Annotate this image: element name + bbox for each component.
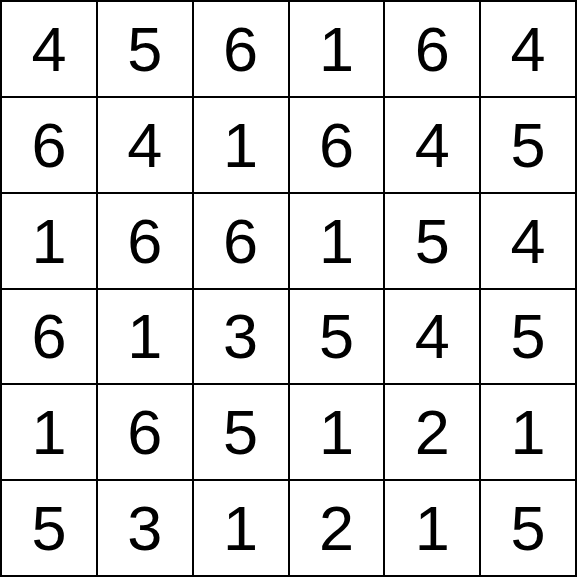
grid-cell-r4c2[interactable]: 1 — [98, 290, 192, 384]
grid-cell-r2c5[interactable]: 4 — [385, 98, 479, 192]
grid-cell-r3c3[interactable]: 6 — [194, 194, 288, 288]
grid-cell-r4c4[interactable]: 5 — [290, 290, 384, 384]
grid-cell-r1c3[interactable]: 6 — [194, 2, 288, 96]
grid-cell-r6c4[interactable]: 2 — [290, 481, 384, 575]
grid-cell-r2c4[interactable]: 6 — [290, 98, 384, 192]
grid-cell-r3c2[interactable]: 6 — [98, 194, 192, 288]
grid-cell-r5c3[interactable]: 5 — [194, 385, 288, 479]
grid-cell-r5c5[interactable]: 2 — [385, 385, 479, 479]
grid-cell-r1c2[interactable]: 5 — [98, 2, 192, 96]
grid-cell-r5c2[interactable]: 6 — [98, 385, 192, 479]
grid-cell-r3c1[interactable]: 1 — [2, 194, 96, 288]
grid-cell-r4c1[interactable]: 6 — [2, 290, 96, 384]
grid-cell-r3c4[interactable]: 1 — [290, 194, 384, 288]
grid-cell-r2c2[interactable]: 4 — [98, 98, 192, 192]
grid-cell-r6c2[interactable]: 3 — [98, 481, 192, 575]
grid-cell-r1c1[interactable]: 4 — [2, 2, 96, 96]
puzzle-grid: 456164641645166154613545165121531215 — [0, 0, 577, 577]
grid-cell-r4c3[interactable]: 3 — [194, 290, 288, 384]
grid-cell-r5c6[interactable]: 1 — [481, 385, 575, 479]
grid-cell-r1c5[interactable]: 6 — [385, 2, 479, 96]
grid-cell-r6c6[interactable]: 5 — [481, 481, 575, 575]
grid-cell-r1c4[interactable]: 1 — [290, 2, 384, 96]
grid-cell-r6c1[interactable]: 5 — [2, 481, 96, 575]
grid-cell-r4c5[interactable]: 4 — [385, 290, 479, 384]
grid-cell-r6c3[interactable]: 1 — [194, 481, 288, 575]
grid-cell-r6c5[interactable]: 1 — [385, 481, 479, 575]
grid-cell-r5c4[interactable]: 1 — [290, 385, 384, 479]
grid-cell-r3c6[interactable]: 4 — [481, 194, 575, 288]
grid-cell-r2c1[interactable]: 6 — [2, 98, 96, 192]
grid-cell-r2c3[interactable]: 1 — [194, 98, 288, 192]
grid-cell-r2c6[interactable]: 5 — [481, 98, 575, 192]
grid-cell-r4c6[interactable]: 5 — [481, 290, 575, 384]
grid-cell-r1c6[interactable]: 4 — [481, 2, 575, 96]
grid-cell-r5c1[interactable]: 1 — [2, 385, 96, 479]
grid-cell-r3c5[interactable]: 5 — [385, 194, 479, 288]
